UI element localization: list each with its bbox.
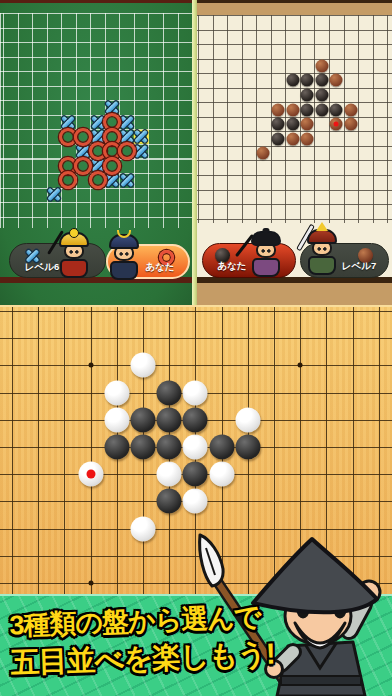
brown-stone <box>301 132 314 145</box>
brown-stone <box>272 103 285 116</box>
samurai-avatar-gold-helmet <box>51 230 97 280</box>
white-stone <box>157 462 182 487</box>
avatar-kimono <box>252 258 280 277</box>
white-stone <box>209 462 234 487</box>
black-stone <box>315 103 328 116</box>
star-point <box>88 363 93 368</box>
brown-stone <box>330 74 343 87</box>
brown-stone <box>286 132 299 145</box>
black-stone <box>157 407 182 432</box>
white-stone <box>183 489 208 514</box>
black-stone <box>209 435 234 460</box>
white-stone <box>104 380 129 405</box>
x-mark <box>105 173 120 188</box>
x-mark <box>119 115 134 130</box>
white-stone <box>183 380 208 405</box>
o-mark <box>89 171 107 189</box>
brown-stone <box>286 103 299 116</box>
last-move-marker <box>334 122 339 127</box>
black-stone <box>157 380 182 405</box>
black-stone <box>286 118 299 131</box>
brown-stone <box>301 118 314 131</box>
x-mark <box>46 187 61 202</box>
black-stone <box>157 489 182 514</box>
avatar-armor <box>110 261 138 280</box>
promo-text: 3種類の盤から選んで 五目並べを楽しもう! <box>9 601 275 679</box>
white-stone <box>104 407 129 432</box>
black-stone <box>315 89 328 102</box>
brown-stone <box>344 118 357 131</box>
star-point <box>298 363 303 368</box>
o-mark <box>59 171 77 189</box>
black-stone <box>131 435 156 460</box>
o-mark <box>118 142 136 160</box>
ronin-avatar-purple-kimono <box>243 229 289 279</box>
black-stone <box>235 435 260 460</box>
black-stone <box>183 407 208 432</box>
black-stone <box>301 89 314 102</box>
black-stone <box>330 103 343 116</box>
white-stone <box>183 435 208 460</box>
kabuto-helmet-icon <box>307 229 337 244</box>
helmet-crest-icon <box>69 228 79 238</box>
black-stone <box>272 118 285 131</box>
samurai-avatar-navy-armor <box>101 232 147 282</box>
topknot <box>263 228 270 233</box>
avatar-armor <box>308 256 336 275</box>
avatar-armor <box>60 259 88 278</box>
white-stone <box>131 516 156 541</box>
black-stone <box>183 462 208 487</box>
samurai-avatar-green-armor <box>299 227 345 277</box>
black-stone <box>315 74 328 87</box>
white-stone <box>235 407 260 432</box>
brown-stone <box>315 59 328 72</box>
black-stone <box>272 132 285 145</box>
black-stone <box>301 74 314 87</box>
white-stone <box>131 353 156 378</box>
black-stone <box>131 407 156 432</box>
app-screen: レベル6 あなた あなた レベル7 <box>0 0 392 696</box>
x-mark <box>119 173 134 188</box>
black-stone <box>301 103 314 116</box>
brown-stone <box>344 103 357 116</box>
crescent-crest-icon <box>117 230 131 238</box>
o-mark <box>103 157 121 175</box>
x-mark <box>134 129 149 144</box>
black-stone <box>104 435 129 460</box>
topknot-hair <box>251 231 281 246</box>
brown-stone <box>257 147 270 160</box>
kabuto-helmet-icon <box>59 232 89 247</box>
o-mark <box>74 157 92 175</box>
kabuto-helmet-icon <box>109 234 139 249</box>
star-point <box>88 581 93 586</box>
last-move-marker <box>86 470 95 479</box>
black-stone <box>286 74 299 87</box>
o-mark <box>74 128 92 146</box>
black-stone <box>157 435 182 460</box>
x-mark <box>134 144 149 159</box>
